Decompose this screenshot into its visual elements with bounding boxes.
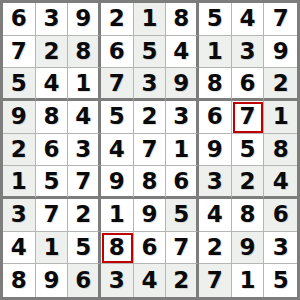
cell-r1c9[interactable]: 7 <box>264 3 297 36</box>
cell-r4c2[interactable]: 8 <box>36 101 69 134</box>
cell-r5c2[interactable]: 6 <box>36 134 69 167</box>
cell-r7c2[interactable]: 7 <box>36 199 69 232</box>
cell-r2c4[interactable]: 6 <box>101 36 134 69</box>
cell-r3c9[interactable]: 2 <box>264 68 297 101</box>
cell-r8c6[interactable]: 7 <box>166 232 199 265</box>
cell-r1c1[interactable]: 6 <box>3 3 36 36</box>
cell-r8c8[interactable]: 9 <box>232 232 265 265</box>
cell-r2c7[interactable]: 1 <box>199 36 232 69</box>
cell-r3c3[interactable]: 1 <box>68 68 101 101</box>
cell-r3c6[interactable]: 9 <box>166 68 199 101</box>
cell-r1c7[interactable]: 5 <box>199 3 232 36</box>
cell-r1c4[interactable]: 2 <box>101 3 134 36</box>
cell-r4c9[interactable]: 1 <box>264 101 297 134</box>
cell-r8c7[interactable]: 2 <box>199 232 232 265</box>
cell-r1c6[interactable]: 8 <box>166 3 199 36</box>
cell-r2c9[interactable]: 9 <box>264 36 297 69</box>
cell-r1c2[interactable]: 3 <box>36 3 69 36</box>
cell-r4c7[interactable]: 6 <box>199 101 232 134</box>
cell-r5c4[interactable]: 4 <box>101 134 134 167</box>
cell-r3c8[interactable]: 6 <box>232 68 265 101</box>
cell-r7c5[interactable]: 9 <box>134 199 167 232</box>
cell-r5c8[interactable]: 5 <box>232 134 265 167</box>
cell-r5c7[interactable]: 9 <box>199 134 232 167</box>
cell-r3c2[interactable]: 4 <box>36 68 69 101</box>
cell-r4c8[interactable]: 7 <box>232 101 265 134</box>
cell-r6c9[interactable]: 4 <box>264 166 297 199</box>
cell-r5c1[interactable]: 2 <box>3 134 36 167</box>
cell-r9c2[interactable]: 9 <box>36 264 69 297</box>
cell-r1c3[interactable]: 9 <box>68 3 101 36</box>
cell-r1c8[interactable]: 4 <box>232 3 265 36</box>
cell-r4c4[interactable]: 5 <box>101 101 134 134</box>
cell-r6c8[interactable]: 2 <box>232 166 265 199</box>
cell-r7c7[interactable]: 4 <box>199 199 232 232</box>
cell-r9c6[interactable]: 2 <box>166 264 199 297</box>
cell-r1c5[interactable]: 1 <box>134 3 167 36</box>
cell-r2c8[interactable]: 3 <box>232 36 265 69</box>
cell-r9c5[interactable]: 4 <box>134 264 167 297</box>
cell-r6c4[interactable]: 9 <box>101 166 134 199</box>
cell-r2c6[interactable]: 4 <box>166 36 199 69</box>
cell-r9c4[interactable]: 3 <box>101 264 134 297</box>
cell-r8c2[interactable]: 1 <box>36 232 69 265</box>
cell-r8c4[interactable]: 8 <box>101 232 134 265</box>
cell-r7c1[interactable]: 3 <box>3 199 36 232</box>
cell-r8c1[interactable]: 4 <box>3 232 36 265</box>
cell-r8c9[interactable]: 3 <box>264 232 297 265</box>
cell-r7c3[interactable]: 2 <box>68 199 101 232</box>
cell-r4c6[interactable]: 3 <box>166 101 199 134</box>
cell-r9c8[interactable]: 1 <box>232 264 265 297</box>
cell-r6c5[interactable]: 8 <box>134 166 167 199</box>
sudoku-board: 6392185477286541395417398629845236712634… <box>0 0 300 300</box>
cell-r6c6[interactable]: 6 <box>166 166 199 199</box>
cell-r7c6[interactable]: 5 <box>166 199 199 232</box>
cell-r2c1[interactable]: 7 <box>3 36 36 69</box>
cell-r2c5[interactable]: 5 <box>134 36 167 69</box>
cell-r8c5[interactable]: 6 <box>134 232 167 265</box>
cell-r8c3[interactable]: 5 <box>68 232 101 265</box>
cell-r4c5[interactable]: 2 <box>134 101 167 134</box>
cell-r9c9[interactable]: 5 <box>264 264 297 297</box>
cell-r3c7[interactable]: 8 <box>199 68 232 101</box>
cell-r5c6[interactable]: 1 <box>166 134 199 167</box>
cell-r6c1[interactable]: 1 <box>3 166 36 199</box>
cell-r3c1[interactable]: 5 <box>3 68 36 101</box>
cell-r2c2[interactable]: 2 <box>36 36 69 69</box>
cell-r2c3[interactable]: 8 <box>68 36 101 69</box>
cell-r6c3[interactable]: 7 <box>68 166 101 199</box>
cell-r3c5[interactable]: 3 <box>134 68 167 101</box>
cell-r7c4[interactable]: 1 <box>101 199 134 232</box>
cell-r9c1[interactable]: 8 <box>3 264 36 297</box>
cell-r5c5[interactable]: 7 <box>134 134 167 167</box>
cell-r9c3[interactable]: 6 <box>68 264 101 297</box>
cell-r3c4[interactable]: 7 <box>101 68 134 101</box>
cell-r5c3[interactable]: 3 <box>68 134 101 167</box>
cell-r9c7[interactable]: 7 <box>199 264 232 297</box>
cell-r4c3[interactable]: 4 <box>68 101 101 134</box>
cell-r7c9[interactable]: 6 <box>264 199 297 232</box>
cell-r7c8[interactable]: 8 <box>232 199 265 232</box>
cell-r4c1[interactable]: 9 <box>3 101 36 134</box>
cell-r5c9[interactable]: 8 <box>264 134 297 167</box>
cell-r6c7[interactable]: 3 <box>199 166 232 199</box>
cell-r6c2[interactable]: 5 <box>36 166 69 199</box>
